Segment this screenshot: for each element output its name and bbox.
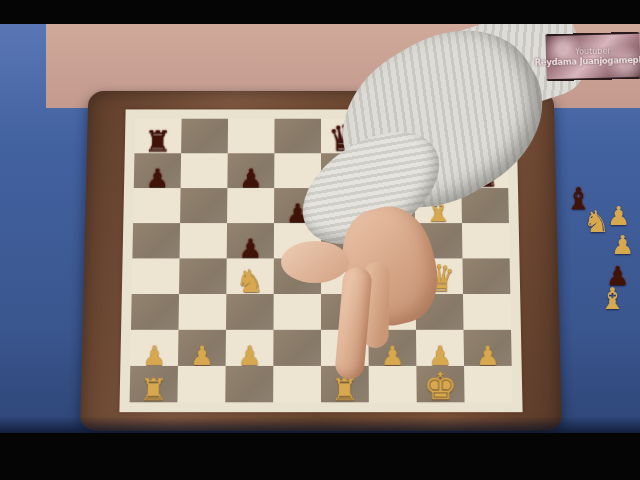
square-c1	[225, 366, 273, 402]
captured-white-pawn: ♟	[607, 203, 630, 229]
square-g2: ♟	[416, 330, 464, 366]
square-h1	[464, 366, 512, 402]
square-h5	[462, 223, 510, 258]
square-a4	[132, 258, 180, 294]
square-a7: ♟	[134, 153, 181, 188]
folded-fingers	[281, 241, 349, 283]
square-b5	[180, 223, 227, 258]
white-rook-e1: ♜	[321, 375, 369, 406]
square-h4	[462, 258, 510, 294]
square-c8	[228, 119, 275, 154]
black-rook-a8: ♜	[134, 127, 181, 156]
square-f1	[369, 366, 417, 402]
square-b6	[180, 188, 227, 223]
captured-white-bishop: ♝	[599, 284, 626, 314]
letterbox-top	[0, 0, 640, 24]
channel-logo: Youtuber Reydama Juanjogameplay	[545, 32, 640, 81]
square-b7	[181, 153, 228, 188]
square-a8: ♜	[134, 119, 181, 154]
white-pawn-g2: ♟	[416, 342, 464, 368]
square-c5: ♟	[227, 223, 274, 258]
white-pawn-c2: ♟	[226, 342, 274, 368]
white-rook-a1: ♜	[130, 375, 178, 406]
white-pawn-h2: ♟	[464, 342, 512, 368]
square-c6	[227, 188, 274, 223]
letterbox-bottom	[0, 433, 640, 480]
square-b2: ♟	[178, 330, 226, 366]
video-content: ♜♛♚♟♟♟♞♟♟♝♟♞♛♟♟♟♟♟♟♜♜♚ ♝♞♟♟♟♝	[0, 24, 640, 433]
square-b3	[178, 294, 226, 330]
square-a3	[131, 294, 179, 330]
white-pawn-a2: ♟	[130, 342, 178, 368]
square-b4	[179, 258, 227, 294]
square-c2: ♟	[226, 330, 274, 366]
captured-white-knight: ♞	[583, 207, 610, 237]
video-frame: ♜♛♚♟♟♟♞♟♟♝♟♞♛♟♟♟♟♟♟♜♜♚ ♝♞♟♟♟♝ Youtuber R…	[0, 0, 640, 480]
square-a5	[132, 223, 180, 258]
square-h3	[463, 294, 511, 330]
square-b1	[177, 366, 225, 402]
square-c7: ♟	[227, 153, 274, 188]
square-g1: ♚	[416, 366, 464, 402]
square-c3	[226, 294, 274, 330]
square-c4: ♞	[226, 258, 274, 294]
square-d2	[273, 330, 321, 366]
square-a6	[133, 188, 180, 223]
square-a1: ♜	[130, 366, 178, 402]
white-pawn-b2: ♟	[178, 342, 226, 368]
captured-white-pawn: ♟	[611, 232, 634, 258]
white-king-g1: ♚	[416, 368, 464, 405]
white-knight-c4: ♞	[226, 265, 273, 297]
square-b8	[181, 119, 228, 154]
square-d1	[273, 366, 321, 402]
square-a2: ♟	[130, 330, 178, 366]
logo-line2: Reydama Juanjogameplay	[535, 54, 640, 67]
table-edge-shadow	[0, 417, 640, 433]
square-h2: ♟	[464, 330, 512, 366]
square-d8	[274, 119, 321, 154]
square-d3	[273, 294, 321, 330]
